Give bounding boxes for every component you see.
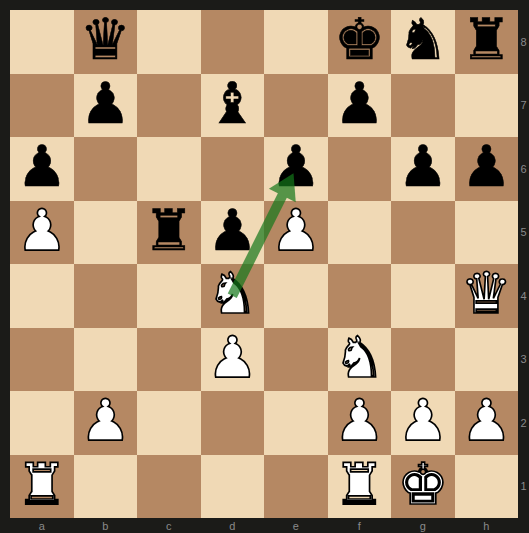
piece-black-bishop[interactable]: ♝ — [207, 75, 258, 132]
square-d2[interactable] — [201, 391, 265, 455]
square-g3[interactable] — [391, 328, 455, 392]
square-a4[interactable] — [10, 264, 74, 328]
square-f1[interactable]: ♜ — [328, 455, 392, 519]
square-a1[interactable]: ♜ — [10, 455, 74, 519]
square-d8[interactable] — [201, 10, 265, 74]
square-h7[interactable] — [455, 74, 519, 138]
piece-black-knight[interactable]: ♞ — [397, 11, 448, 68]
square-d7[interactable]: ♝ — [201, 74, 265, 138]
piece-black-king[interactable]: ♚ — [334, 11, 385, 68]
piece-white-rook[interactable]: ♜ — [16, 456, 67, 513]
square-g5[interactable] — [391, 201, 455, 265]
square-e7[interactable] — [264, 74, 328, 138]
piece-white-pawn[interactable]: ♟ — [461, 392, 512, 449]
square-h4[interactable]: ♛ — [455, 264, 519, 328]
square-f3[interactable]: ♞ — [328, 328, 392, 392]
square-a3[interactable] — [10, 328, 74, 392]
piece-black-rook[interactable]: ♜ — [143, 202, 194, 259]
square-g8[interactable]: ♞ — [391, 10, 455, 74]
piece-white-queen[interactable]: ♛ — [461, 265, 512, 322]
square-f8[interactable]: ♚ — [328, 10, 392, 74]
square-b3[interactable] — [74, 328, 138, 392]
chess-board: ♛♚♞♜♟♝♟♟♟♟♟♟♜♟♟♞♛♟♞♟♟♟♟♜♜♚ — [10, 10, 518, 518]
piece-white-pawn[interactable]: ♟ — [270, 202, 321, 259]
file-label-d: d — [201, 518, 265, 533]
square-h6[interactable]: ♟ — [455, 137, 519, 201]
square-b7[interactable]: ♟ — [74, 74, 138, 138]
square-g7[interactable] — [391, 74, 455, 138]
square-d4[interactable]: ♞ — [201, 264, 265, 328]
piece-white-knight[interactable]: ♞ — [207, 265, 258, 322]
piece-white-rook[interactable]: ♜ — [334, 456, 385, 513]
square-c1[interactable] — [137, 455, 201, 519]
file-label-g: g — [391, 518, 455, 533]
square-a7[interactable] — [10, 74, 74, 138]
square-b8[interactable]: ♛ — [74, 10, 138, 74]
file-label-c: c — [137, 518, 201, 533]
square-f7[interactable]: ♟ — [328, 74, 392, 138]
square-h8[interactable]: ♜ — [455, 10, 519, 74]
square-c2[interactable] — [137, 391, 201, 455]
square-c8[interactable] — [137, 10, 201, 74]
piece-white-pawn[interactable]: ♟ — [334, 392, 385, 449]
piece-white-pawn[interactable]: ♟ — [16, 202, 67, 259]
square-e4[interactable] — [264, 264, 328, 328]
piece-black-pawn[interactable]: ♟ — [207, 202, 258, 259]
square-b6[interactable] — [74, 137, 138, 201]
square-c6[interactable] — [137, 137, 201, 201]
square-g6[interactable]: ♟ — [391, 137, 455, 201]
rank-label-8: 8 — [518, 10, 529, 74]
file-label-a: a — [10, 518, 74, 533]
square-b1[interactable] — [74, 455, 138, 519]
square-g2[interactable]: ♟ — [391, 391, 455, 455]
piece-white-pawn[interactable]: ♟ — [80, 392, 131, 449]
rank-label-7: 7 — [518, 74, 529, 138]
piece-white-pawn[interactable]: ♟ — [397, 392, 448, 449]
file-coordinates: abcdefgh — [10, 518, 518, 533]
piece-black-pawn[interactable]: ♟ — [461, 138, 512, 195]
square-h1[interactable] — [455, 455, 519, 519]
square-h2[interactable]: ♟ — [455, 391, 519, 455]
square-f4[interactable] — [328, 264, 392, 328]
piece-black-pawn[interactable]: ♟ — [80, 75, 131, 132]
piece-black-pawn[interactable]: ♟ — [16, 138, 67, 195]
rank-label-4: 4 — [518, 264, 529, 328]
rank-label-5: 5 — [518, 201, 529, 265]
square-f6[interactable] — [328, 137, 392, 201]
square-e8[interactable] — [264, 10, 328, 74]
square-e5[interactable]: ♟ — [264, 201, 328, 265]
piece-black-pawn[interactable]: ♟ — [270, 138, 321, 195]
piece-black-rook[interactable]: ♜ — [461, 11, 512, 68]
rank-label-3: 3 — [518, 328, 529, 392]
rank-label-1: 1 — [518, 455, 529, 519]
square-c3[interactable] — [137, 328, 201, 392]
square-h3[interactable] — [455, 328, 519, 392]
square-d3[interactable]: ♟ — [201, 328, 265, 392]
square-g1[interactable]: ♚ — [391, 455, 455, 519]
file-label-f: f — [328, 518, 392, 533]
square-b2[interactable]: ♟ — [74, 391, 138, 455]
square-e2[interactable] — [264, 391, 328, 455]
square-e1[interactable] — [264, 455, 328, 519]
square-a5[interactable]: ♟ — [10, 201, 74, 265]
square-f5[interactable] — [328, 201, 392, 265]
square-e3[interactable] — [264, 328, 328, 392]
square-c4[interactable] — [137, 264, 201, 328]
file-label-e: e — [264, 518, 328, 533]
piece-black-pawn[interactable]: ♟ — [397, 138, 448, 195]
piece-white-pawn[interactable]: ♟ — [207, 329, 258, 386]
rank-coordinates: 87654321 — [518, 10, 529, 518]
square-a8[interactable] — [10, 10, 74, 74]
square-e6[interactable]: ♟ — [264, 137, 328, 201]
file-label-h: h — [455, 518, 519, 533]
square-a2[interactable] — [10, 391, 74, 455]
square-b5[interactable] — [74, 201, 138, 265]
piece-white-king[interactable]: ♚ — [397, 456, 448, 513]
square-g4[interactable] — [391, 264, 455, 328]
square-d1[interactable] — [201, 455, 265, 519]
rank-label-6: 6 — [518, 137, 529, 201]
square-c7[interactable] — [137, 74, 201, 138]
square-f2[interactable]: ♟ — [328, 391, 392, 455]
chess-app: ♛♚♞♜♟♝♟♟♟♟♟♟♜♟♟♞♛♟♞♟♟♟♟♜♜♚ 87654321 abcd… — [0, 0, 529, 533]
square-b4[interactable] — [74, 264, 138, 328]
square-d5[interactable]: ♟ — [201, 201, 265, 265]
piece-white-knight[interactable]: ♞ — [334, 329, 385, 386]
piece-black-pawn[interactable]: ♟ — [334, 75, 385, 132]
square-a6[interactable]: ♟ — [10, 137, 74, 201]
square-h5[interactable] — [455, 201, 519, 265]
rank-label-2: 2 — [518, 391, 529, 455]
square-d6[interactable] — [201, 137, 265, 201]
square-c5[interactable]: ♜ — [137, 201, 201, 265]
piece-black-queen[interactable]: ♛ — [80, 11, 131, 68]
file-label-b: b — [74, 518, 138, 533]
